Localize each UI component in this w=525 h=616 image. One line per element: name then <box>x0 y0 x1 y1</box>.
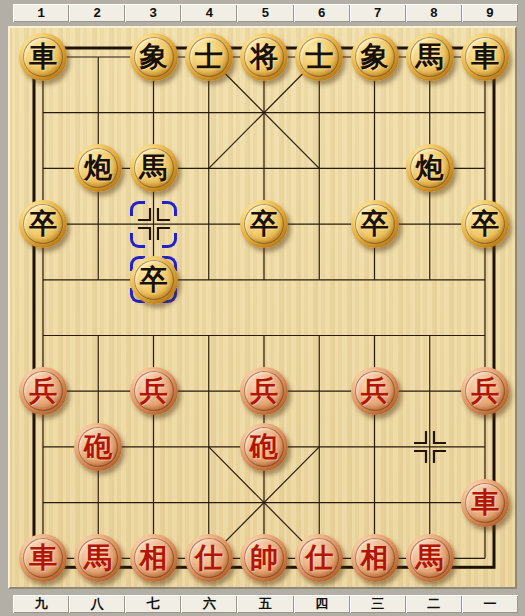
piece-black-horse[interactable]: 馬 <box>406 33 454 81</box>
board-point: 車 <box>457 475 512 531</box>
board-point: 象 <box>347 29 402 85</box>
piece-face: 車 <box>23 538 63 578</box>
piece-face: 卒 <box>465 204 505 244</box>
coord-top-9: 9 <box>462 4 518 22</box>
piece-face: 卒 <box>355 204 395 244</box>
piece-face: 馬 <box>410 37 450 77</box>
board-point: 兵 <box>126 363 181 419</box>
piece-face: 砲 <box>244 427 284 467</box>
coord-top-7: 7 <box>350 4 406 22</box>
board-point: 馬 <box>402 530 457 586</box>
piece-red-soldier[interactable]: 兵 <box>19 367 67 415</box>
piece-black-advisor[interactable]: 士 <box>295 33 343 81</box>
piece-red-advisor[interactable]: 仕 <box>185 534 233 582</box>
coord-top-8: 8 <box>406 4 462 22</box>
piece-black-advisor[interactable]: 士 <box>185 33 233 81</box>
board-point: 兵 <box>15 363 70 419</box>
piece-red-elephant[interactable]: 相 <box>130 534 178 582</box>
piece-label: 兵 <box>250 377 278 405</box>
piece-label: 象 <box>140 43 168 71</box>
board-point: 帥 <box>236 530 291 586</box>
coord-top-1: 1 <box>13 4 69 22</box>
piece-face: 砲 <box>78 427 118 467</box>
piece-label: 車 <box>29 43 57 71</box>
piece-face: 仕 <box>189 538 229 578</box>
board-point: 炮 <box>71 141 126 197</box>
piece-label: 相 <box>140 544 168 572</box>
board-point: 卒 <box>236 196 291 252</box>
piece-black-elephant[interactable]: 象 <box>351 33 399 81</box>
piece-red-soldier[interactable]: 兵 <box>461 367 509 415</box>
board-point: 馬 <box>126 141 181 197</box>
piece-face: 車 <box>23 37 63 77</box>
move-origin-marker <box>402 419 457 475</box>
piece-label: 馬 <box>416 544 444 572</box>
xiangqi-app: 123456789 車象士将士象馬車炮馬炮卒卒卒卒卒兵兵兵兵兵砲砲車車馬相仕帥仕… <box>0 0 525 616</box>
piece-label: 馬 <box>140 154 168 182</box>
coord-bottom-2: 八 <box>69 595 125 613</box>
file-coordinates-top: 123456789 <box>13 4 518 22</box>
coord-top-2: 2 <box>69 4 125 22</box>
coord-bottom-8: 二 <box>406 595 462 613</box>
piece-label: 卒 <box>250 210 278 238</box>
piece-red-elephant[interactable]: 相 <box>351 534 399 582</box>
piece-red-cannon[interactable]: 砲 <box>240 423 288 471</box>
coord-top-5: 5 <box>237 4 293 22</box>
piece-black-elephant[interactable]: 象 <box>130 33 178 81</box>
piece-black-soldier[interactable]: 卒 <box>240 200 288 248</box>
piece-label: 兵 <box>140 377 168 405</box>
board-point: 砲 <box>71 419 126 475</box>
coord-top-3: 3 <box>125 4 181 22</box>
piece-face: 兵 <box>465 371 505 411</box>
board-point: 将 <box>236 29 291 85</box>
piece-red-chariot[interactable]: 車 <box>19 534 67 582</box>
piece-label: 卒 <box>361 210 389 238</box>
piece-label: 仕 <box>305 544 333 572</box>
piece-face: 相 <box>355 538 395 578</box>
piece-face: 将 <box>244 37 284 77</box>
coord-bottom-7: 三 <box>350 595 406 613</box>
board-point: 砲 <box>236 419 291 475</box>
board-point: 兵 <box>457 363 512 419</box>
board-point: 兵 <box>347 363 402 419</box>
board-point: 仕 <box>181 530 236 586</box>
piece-black-cannon[interactable]: 炮 <box>74 144 122 192</box>
board[interactable]: 車象士将士象馬車炮馬炮卒卒卒卒卒兵兵兵兵兵砲砲車車馬相仕帥仕相馬 <box>8 26 517 589</box>
piece-label: 帥 <box>250 544 278 572</box>
piece-face: 象 <box>355 37 395 77</box>
piece-label: 兵 <box>29 377 57 405</box>
board-grid: 車象士将士象馬車炮馬炮卒卒卒卒卒兵兵兵兵兵砲砲車車馬相仕帥仕相馬 <box>15 29 512 586</box>
board-point: 仕 <box>292 530 347 586</box>
piece-label: 兵 <box>471 377 499 405</box>
piece-face: 炮 <box>410 148 450 188</box>
board-point: 士 <box>292 29 347 85</box>
coord-bottom-4: 六 <box>181 595 237 613</box>
coord-top-4: 4 <box>181 4 237 22</box>
coord-top-6: 6 <box>294 4 350 22</box>
piece-face: 炮 <box>78 148 118 188</box>
piece-black-soldier[interactable]: 卒 <box>19 200 67 248</box>
board-point: 相 <box>126 530 181 586</box>
piece-face: 帥 <box>244 538 284 578</box>
piece-label: 卒 <box>471 210 499 238</box>
piece-black-chariot[interactable]: 車 <box>461 33 509 81</box>
piece-face: 兵 <box>244 371 284 411</box>
cross-marker-icon <box>136 206 172 242</box>
piece-face: 馬 <box>134 148 174 188</box>
piece-face: 卒 <box>244 204 284 244</box>
board-point: 卒 <box>15 196 70 252</box>
piece-red-horse[interactable]: 馬 <box>74 534 122 582</box>
piece-face: 象 <box>134 37 174 77</box>
piece-label: 将 <box>250 43 278 71</box>
piece-red-horse[interactable]: 馬 <box>406 534 454 582</box>
piece-red-cannon[interactable]: 砲 <box>74 423 122 471</box>
piece-red-chariot[interactable]: 車 <box>461 479 509 527</box>
piece-face: 馬 <box>78 538 118 578</box>
piece-label: 仕 <box>195 544 223 572</box>
piece-face: 兵 <box>23 371 63 411</box>
piece-label: 卒 <box>140 266 168 294</box>
piece-face: 車 <box>465 483 505 523</box>
piece-label: 砲 <box>84 433 112 461</box>
board-point: 兵 <box>236 363 291 419</box>
piece-black-soldier[interactable]: 卒 <box>461 200 509 248</box>
board-point: 馬 <box>71 530 126 586</box>
piece-label: 士 <box>305 43 333 71</box>
piece-label: 卒 <box>29 210 57 238</box>
board-point: 車 <box>15 530 70 586</box>
piece-label: 象 <box>361 43 389 71</box>
piece-black-chariot[interactable]: 車 <box>19 33 67 81</box>
file-coordinates-bottom: 九八七六五四三二一 <box>13 595 518 613</box>
piece-face: 車 <box>465 37 505 77</box>
piece-label: 車 <box>29 544 57 572</box>
piece-face: 卒 <box>23 204 63 244</box>
piece-label: 砲 <box>250 433 278 461</box>
cross-marker-icon <box>412 429 448 465</box>
board-point: 士 <box>181 29 236 85</box>
piece-label: 炮 <box>84 154 112 182</box>
piece-label: 車 <box>471 43 499 71</box>
piece-red-advisor[interactable]: 仕 <box>295 534 343 582</box>
piece-label: 車 <box>471 489 499 517</box>
piece-face: 兵 <box>355 371 395 411</box>
board-point: 馬 <box>402 29 457 85</box>
board-point: 車 <box>15 29 70 85</box>
piece-label: 馬 <box>416 43 444 71</box>
coord-bottom-1: 九 <box>13 595 69 613</box>
piece-black-horse[interactable]: 馬 <box>130 144 178 192</box>
piece-red-soldier[interactable]: 兵 <box>351 367 399 415</box>
board-point: 卒 <box>457 196 512 252</box>
board-point: 相 <box>347 530 402 586</box>
piece-face: 仕 <box>299 538 339 578</box>
coord-bottom-9: 一 <box>462 595 518 613</box>
piece-label: 馬 <box>84 544 112 572</box>
piece-face: 馬 <box>410 538 450 578</box>
piece-label: 炮 <box>416 154 444 182</box>
piece-face: 兵 <box>134 371 174 411</box>
piece-black-soldier[interactable]: 卒 <box>130 256 178 304</box>
piece-black-soldier[interactable]: 卒 <box>351 200 399 248</box>
coord-bottom-3: 七 <box>125 595 181 613</box>
board-point: 炮 <box>402 141 457 197</box>
board-point: 象 <box>126 29 181 85</box>
piece-red-soldier[interactable]: 兵 <box>130 367 178 415</box>
piece-face: 士 <box>189 37 229 77</box>
piece-label: 士 <box>195 43 223 71</box>
piece-face: 士 <box>299 37 339 77</box>
piece-red-general[interactable]: 帥 <box>240 534 288 582</box>
board-point: 車 <box>457 29 512 85</box>
piece-label: 相 <box>361 544 389 572</box>
coord-bottom-5: 五 <box>237 595 293 613</box>
piece-black-cannon[interactable]: 炮 <box>406 144 454 192</box>
coord-bottom-6: 四 <box>294 595 350 613</box>
piece-black-general[interactable]: 将 <box>240 33 288 81</box>
piece-label: 兵 <box>361 377 389 405</box>
piece-face: 相 <box>134 538 174 578</box>
board-point: 卒 <box>126 252 181 308</box>
piece-red-soldier[interactable]: 兵 <box>240 367 288 415</box>
board-point: 卒 <box>347 196 402 252</box>
piece-face: 卒 <box>134 260 174 300</box>
